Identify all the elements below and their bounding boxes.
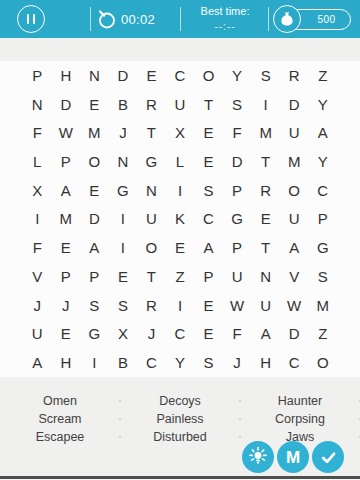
- confirm-button[interactable]: [312, 441, 344, 473]
- grid-cell[interactable]: D: [280, 320, 309, 349]
- grid-cell[interactable]: S: [308, 262, 337, 291]
- grid-cell[interactable]: E: [194, 147, 223, 176]
- stopwatch-icon: [96, 8, 117, 34]
- money-bag-icon: [273, 5, 301, 33]
- grid-cell[interactable]: J: [137, 320, 166, 349]
- grid-cell[interactable]: Z: [308, 61, 337, 90]
- grid-cell[interactable]: V: [23, 262, 52, 291]
- grid-cell[interactable]: P: [23, 61, 52, 90]
- word-item: Disturbed: [120, 428, 240, 446]
- grid-cell[interactable]: D: [52, 90, 81, 119]
- grid-cell[interactable]: C: [166, 320, 195, 349]
- grid-cell[interactable]: M: [52, 205, 81, 234]
- grid-cell[interactable]: A: [23, 348, 52, 377]
- topbar-divider: [90, 7, 91, 31]
- m-letter-icon: M: [286, 449, 300, 466]
- top-bar: 00:02 Best time: --:-- 500: [0, 0, 360, 38]
- timer-value: 00:02: [121, 12, 155, 27]
- grid-cell[interactable]: W: [280, 291, 309, 320]
- best-time-label: Best time:: [186, 6, 264, 17]
- grid-cell[interactable]: C: [308, 176, 337, 205]
- grid-cell[interactable]: X: [166, 118, 195, 147]
- grid-cell[interactable]: J: [23, 291, 52, 320]
- grid-cell[interactable]: E: [194, 118, 223, 147]
- grid-cell[interactable]: Y: [223, 61, 252, 90]
- topbar-divider: [268, 7, 269, 31]
- grid-cell[interactable]: W: [223, 291, 252, 320]
- grid-cell[interactable]: D: [80, 205, 109, 234]
- grid-cell[interactable]: M: [280, 147, 309, 176]
- light-bulb-icon: [247, 446, 269, 468]
- grid-cell[interactable]: A: [280, 233, 309, 262]
- grid-cell[interactable]: G: [223, 205, 252, 234]
- grid-cell[interactable]: G: [80, 320, 109, 349]
- grid-cell[interactable]: G: [109, 176, 138, 205]
- grid-cell[interactable]: S: [223, 90, 252, 119]
- grid-cell[interactable]: S: [194, 176, 223, 205]
- grid-cell[interactable]: U: [280, 205, 309, 234]
- grid-cell[interactable]: P: [80, 262, 109, 291]
- grid-cell[interactable]: C: [194, 205, 223, 234]
- grid-cell[interactable]: O: [280, 176, 309, 205]
- grid-cell[interactable]: I: [166, 176, 195, 205]
- grid-cell[interactable]: E: [52, 233, 81, 262]
- grid-cell[interactable]: R: [137, 90, 166, 119]
- grid-cell[interactable]: E: [80, 176, 109, 205]
- grid-cell[interactable]: U: [137, 205, 166, 234]
- grid-cell[interactable]: F: [23, 233, 52, 262]
- grid-cell[interactable]: E: [52, 320, 81, 349]
- grid-cell[interactable]: E: [137, 61, 166, 90]
- shuffle-m-button[interactable]: M: [277, 441, 309, 473]
- best-time-value: --:--: [186, 22, 264, 32]
- grid-cell[interactable]: M: [251, 118, 280, 147]
- hint-button[interactable]: [242, 441, 274, 473]
- grid-cell[interactable]: I: [251, 90, 280, 119]
- grid-cell[interactable]: R: [280, 61, 309, 90]
- best-time: Best time: --:--: [186, 6, 264, 32]
- grid-cell[interactable]: N: [109, 147, 138, 176]
- grid-cell[interactable]: J: [52, 291, 81, 320]
- grid-cell[interactable]: P: [52, 147, 81, 176]
- word-item: Escapee: [0, 428, 120, 446]
- grid-cell[interactable]: S: [251, 61, 280, 90]
- grid-cell[interactable]: I: [109, 205, 138, 234]
- grid-cell[interactable]: A: [52, 176, 81, 205]
- grid-cell[interactable]: P: [223, 233, 252, 262]
- grid-cell[interactable]: A: [251, 320, 280, 349]
- grid-cell[interactable]: Y: [308, 90, 337, 119]
- pause-button[interactable]: [17, 5, 45, 33]
- grid-cell[interactable]: J: [223, 348, 252, 377]
- grid-cell[interactable]: Z: [308, 320, 337, 349]
- grid-cell[interactable]: H: [52, 61, 81, 90]
- grid-cell[interactable]: Z: [166, 262, 195, 291]
- grid-cell[interactable]: H: [52, 348, 81, 377]
- grid-cell[interactable]: U: [223, 262, 252, 291]
- pause-icon: [27, 14, 29, 24]
- coins-button[interactable]: 500: [273, 5, 353, 33]
- grid-cell[interactable]: H: [251, 348, 280, 377]
- grid-cell[interactable]: E: [166, 233, 195, 262]
- word-item: Decoys: [120, 392, 240, 410]
- grid-cell[interactable]: J: [109, 118, 138, 147]
- word-item: Haunter: [240, 392, 360, 410]
- grid-cell[interactable]: T: [137, 262, 166, 291]
- grid-cell[interactable]: A: [80, 233, 109, 262]
- grid-cell[interactable]: T: [251, 147, 280, 176]
- grid-cell[interactable]: Y: [166, 348, 195, 377]
- grid-cell[interactable]: C: [166, 61, 195, 90]
- grid-cell[interactable]: O: [137, 233, 166, 262]
- grid-cell[interactable]: T: [194, 90, 223, 119]
- grid-cell[interactable]: A: [308, 118, 337, 147]
- grid-cell[interactable]: O: [80, 147, 109, 176]
- grid-cell[interactable]: U: [251, 291, 280, 320]
- coin-count: 500: [317, 14, 335, 25]
- grid-cell[interactable]: F: [223, 118, 252, 147]
- topbar-divider: [180, 7, 181, 31]
- grid-cell[interactable]: Y: [308, 147, 337, 176]
- grid-cell[interactable]: S: [109, 291, 138, 320]
- grid-cell[interactable]: G: [308, 233, 337, 262]
- grid-cell[interactable]: E: [194, 320, 223, 349]
- app-screen: 00:02 Best time: --:-- 500 PHNDECOYSRZND…: [0, 0, 360, 480]
- grid-cell[interactable]: E: [80, 90, 109, 119]
- grid-cell[interactable]: S: [194, 348, 223, 377]
- grid-cell[interactable]: D: [223, 147, 252, 176]
- grid-cell[interactable]: R: [251, 176, 280, 205]
- grid-cell[interactable]: V: [280, 262, 309, 291]
- grid-cell[interactable]: E: [251, 205, 280, 234]
- grid-cell[interactable]: B: [109, 90, 138, 119]
- word-item: Painless: [120, 410, 240, 428]
- grid-cell[interactable]: M: [308, 291, 337, 320]
- grid-cell[interactable]: F: [223, 320, 252, 349]
- grid-cell[interactable]: F: [23, 118, 52, 147]
- grid-cell[interactable]: P: [52, 262, 81, 291]
- grid-cell[interactable]: I: [80, 348, 109, 377]
- letter-grid: PHNDECOYSRZNDEBRUTSIDYFWMJTXEFMUALPONGLE…: [0, 61, 360, 377]
- grid-cell[interactable]: P: [223, 176, 252, 205]
- action-buttons: M: [242, 441, 344, 473]
- checkmark-icon: [319, 448, 338, 467]
- grid-cell[interactable]: D: [109, 61, 138, 90]
- grid-cell[interactable]: I: [109, 233, 138, 262]
- grid-cell[interactable]: O: [194, 61, 223, 90]
- grid-cell[interactable]: L: [166, 147, 195, 176]
- grid-cell[interactable]: X: [109, 320, 138, 349]
- grid-cell[interactable]: C: [280, 348, 309, 377]
- grid-cell[interactable]: B: [109, 348, 138, 377]
- grid-cell[interactable]: K: [166, 205, 195, 234]
- grid-cell[interactable]: C: [137, 348, 166, 377]
- grid-cell[interactable]: O: [308, 348, 337, 377]
- grid-cell[interactable]: E: [109, 262, 138, 291]
- grid-cell[interactable]: I: [23, 205, 52, 234]
- grid-cell[interactable]: T: [137, 118, 166, 147]
- grid-cell[interactable]: X: [23, 176, 52, 205]
- grid-cell[interactable]: N: [23, 90, 52, 119]
- grid-cell[interactable]: N: [137, 176, 166, 205]
- grid-cell[interactable]: L: [23, 147, 52, 176]
- grid-cell[interactable]: R: [137, 291, 166, 320]
- grid-cell[interactable]: G: [137, 147, 166, 176]
- grid-cell[interactable]: P: [308, 205, 337, 234]
- grid-cell[interactable]: I: [166, 291, 195, 320]
- grid-cell[interactable]: E: [194, 291, 223, 320]
- grid-cell[interactable]: A: [194, 233, 223, 262]
- grid-cell[interactable]: U: [166, 90, 195, 119]
- grid-cell[interactable]: T: [251, 233, 280, 262]
- word-item: Scream: [0, 410, 120, 428]
- grid-cell[interactable]: N: [251, 262, 280, 291]
- grid-cell[interactable]: D: [280, 90, 309, 119]
- pause-icon: [33, 14, 35, 24]
- grid-cell[interactable]: S: [80, 291, 109, 320]
- grid-cell[interactable]: W: [52, 118, 81, 147]
- word-item: Corpsing: [240, 410, 360, 428]
- grid-cell[interactable]: N: [80, 61, 109, 90]
- grid-cell[interactable]: M: [80, 118, 109, 147]
- grid-cell[interactable]: U: [280, 118, 309, 147]
- word-item: Omen: [0, 392, 120, 410]
- grid-cell[interactable]: P: [194, 262, 223, 291]
- word-list: OmenDecoysHaunterScreamPainlessCorpsingE…: [0, 380, 360, 446]
- grid-cell[interactable]: U: [23, 320, 52, 349]
